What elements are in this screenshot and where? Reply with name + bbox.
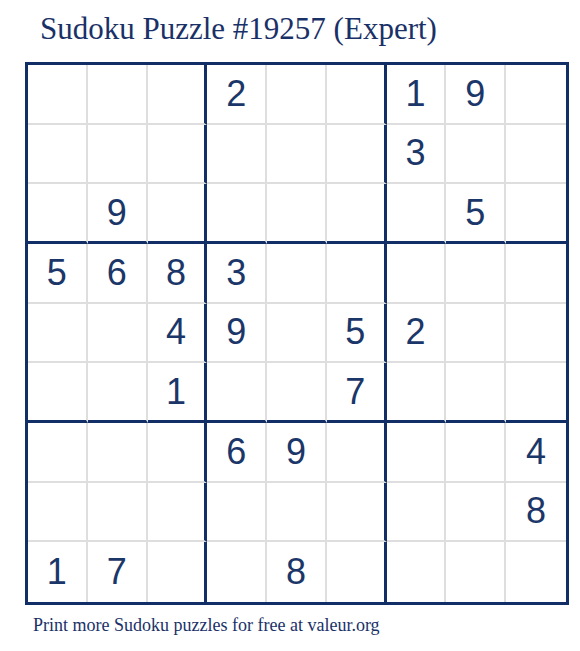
sudoku-cell-r9c2[interactable]: 7: [88, 542, 148, 602]
sudoku-cell-r5c7[interactable]: 2: [387, 304, 447, 364]
sudoku-cell-r8c7[interactable]: [387, 483, 447, 543]
sudoku-cell-r1c7[interactable]: 1: [387, 65, 447, 125]
sudoku-cell-r7c7[interactable]: [387, 423, 447, 483]
sudoku-cell-r3c9[interactable]: [506, 184, 566, 244]
sudoku-cell-r9c5[interactable]: 8: [267, 542, 327, 602]
sudoku-cell-r7c2[interactable]: [88, 423, 148, 483]
sudoku-cell-r3c3[interactable]: [148, 184, 208, 244]
sudoku-cell-r1c6[interactable]: [327, 65, 387, 125]
sudoku-cell-r7c9[interactable]: 4: [506, 423, 566, 483]
sudoku-cell-r4c3[interactable]: 8: [148, 244, 208, 304]
sudoku-cell-r9c9[interactable]: [506, 542, 566, 602]
sudoku-cell-r5c1[interactable]: [28, 304, 88, 364]
footer-note: Print more Sudoku puzzles for free at va…: [33, 615, 380, 636]
sudoku-cell-r4c4[interactable]: 3: [207, 244, 267, 304]
sudoku-cell-r4c9[interactable]: [506, 244, 566, 304]
sudoku-cell-r8c8[interactable]: [446, 483, 506, 543]
sudoku-cell-r9c1[interactable]: 1: [28, 542, 88, 602]
sudoku-cell-r2c9[interactable]: [506, 125, 566, 185]
sudoku-cell-r3c6[interactable]: [327, 184, 387, 244]
sudoku-cell-r3c7[interactable]: [387, 184, 447, 244]
sudoku-cell-r7c3[interactable]: [148, 423, 208, 483]
sudoku-cell-r8c9[interactable]: 8: [506, 483, 566, 543]
sudoku-cell-r1c4[interactable]: 2: [207, 65, 267, 125]
sudoku-cell-r5c5[interactable]: [267, 304, 327, 364]
sudoku-cell-r7c1[interactable]: [28, 423, 88, 483]
sudoku-cell-r3c8[interactable]: 5: [446, 184, 506, 244]
sudoku-cell-r6c7[interactable]: [387, 363, 447, 423]
sudoku-cell-r6c4[interactable]: [207, 363, 267, 423]
sudoku-cell-r4c8[interactable]: [446, 244, 506, 304]
sudoku-cell-r9c6[interactable]: [327, 542, 387, 602]
sudoku-cell-r7c4[interactable]: 6: [207, 423, 267, 483]
sudoku-cell-r6c2[interactable]: [88, 363, 148, 423]
sudoku-cell-r6c1[interactable]: [28, 363, 88, 423]
sudoku-cell-r1c5[interactable]: [267, 65, 327, 125]
sudoku-cell-r2c7[interactable]: 3: [387, 125, 447, 185]
sudoku-cell-r8c3[interactable]: [148, 483, 208, 543]
sudoku-cell-r6c5[interactable]: [267, 363, 327, 423]
sudoku-cell-r5c4[interactable]: 9: [207, 304, 267, 364]
sudoku-cell-r8c1[interactable]: [28, 483, 88, 543]
sudoku-cell-r2c8[interactable]: [446, 125, 506, 185]
sudoku-cell-r2c6[interactable]: [327, 125, 387, 185]
sudoku-cell-r8c6[interactable]: [327, 483, 387, 543]
sudoku-cell-r9c8[interactable]: [446, 542, 506, 602]
sudoku-cell-r1c1[interactable]: [28, 65, 88, 125]
sudoku-cell-r4c5[interactable]: [267, 244, 327, 304]
sudoku-cell-r2c2[interactable]: [88, 125, 148, 185]
sudoku-cell-r4c1[interactable]: 5: [28, 244, 88, 304]
page-title: Sudoku Puzzle #19257 (Expert): [40, 11, 437, 47]
sudoku-cell-r4c7[interactable]: [387, 244, 447, 304]
sudoku-cell-r1c2[interactable]: [88, 65, 148, 125]
sudoku-cell-r8c4[interactable]: [207, 483, 267, 543]
sudoku-cell-r2c5[interactable]: [267, 125, 327, 185]
sudoku-cell-r6c3[interactable]: 1: [148, 363, 208, 423]
sudoku-cell-r7c6[interactable]: [327, 423, 387, 483]
sudoku-cell-r2c3[interactable]: [148, 125, 208, 185]
sudoku-cell-r4c6[interactable]: [327, 244, 387, 304]
sudoku-cell-r2c4[interactable]: [207, 125, 267, 185]
sudoku-cell-r3c2[interactable]: 9: [88, 184, 148, 244]
sudoku-cell-r5c8[interactable]: [446, 304, 506, 364]
sudoku-cell-r9c3[interactable]: [148, 542, 208, 602]
sudoku-cell-r3c1[interactable]: [28, 184, 88, 244]
sudoku-cell-r3c5[interactable]: [267, 184, 327, 244]
sudoku-cell-r9c4[interactable]: [207, 542, 267, 602]
sudoku-cell-r7c5[interactable]: 9: [267, 423, 327, 483]
sudoku-cell-r1c8[interactable]: 9: [446, 65, 506, 125]
sudoku-cell-r6c9[interactable]: [506, 363, 566, 423]
sudoku-cell-r2c1[interactable]: [28, 125, 88, 185]
sudoku-cell-r4c2[interactable]: 6: [88, 244, 148, 304]
sudoku-cell-r8c2[interactable]: [88, 483, 148, 543]
sudoku-cell-r5c3[interactable]: 4: [148, 304, 208, 364]
sudoku-cell-r5c2[interactable]: [88, 304, 148, 364]
sudoku-cell-r9c7[interactable]: [387, 542, 447, 602]
sudoku-cell-r5c6[interactable]: 5: [327, 304, 387, 364]
sudoku-cell-r6c6[interactable]: 7: [327, 363, 387, 423]
sudoku-board: 21939556834952176948178: [25, 62, 569, 605]
sudoku-cell-r5c9[interactable]: [506, 304, 566, 364]
sudoku-cell-r1c3[interactable]: [148, 65, 208, 125]
sudoku-cell-r3c4[interactable]: [207, 184, 267, 244]
sudoku-cell-r7c8[interactable]: [446, 423, 506, 483]
sudoku-cell-r1c9[interactable]: [506, 65, 566, 125]
sudoku-cell-r8c5[interactable]: [267, 483, 327, 543]
sudoku-cell-r6c8[interactable]: [446, 363, 506, 423]
